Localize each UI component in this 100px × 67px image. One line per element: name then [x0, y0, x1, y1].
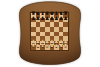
piece-black-pawn: ♟: [64, 17, 68, 22]
piece-white-rook: ♜: [64, 45, 68, 50]
chess-board: ♜♞♝♛♚♝♞♜♟♟♟♟♟♟♟♟♟♟♟♟♟♟♟♟♜♞♝♛♚♝♞♜: [30, 12, 69, 51]
chess-set-photo: ♜♞♝♛♚♝♞♜♟♟♟♟♟♟♟♟♟♟♟♟♟♟♟♟♜♞♝♛♚♝♞♜: [0, 0, 100, 67]
square-h1[interactable]: ♜: [63, 45, 68, 50]
